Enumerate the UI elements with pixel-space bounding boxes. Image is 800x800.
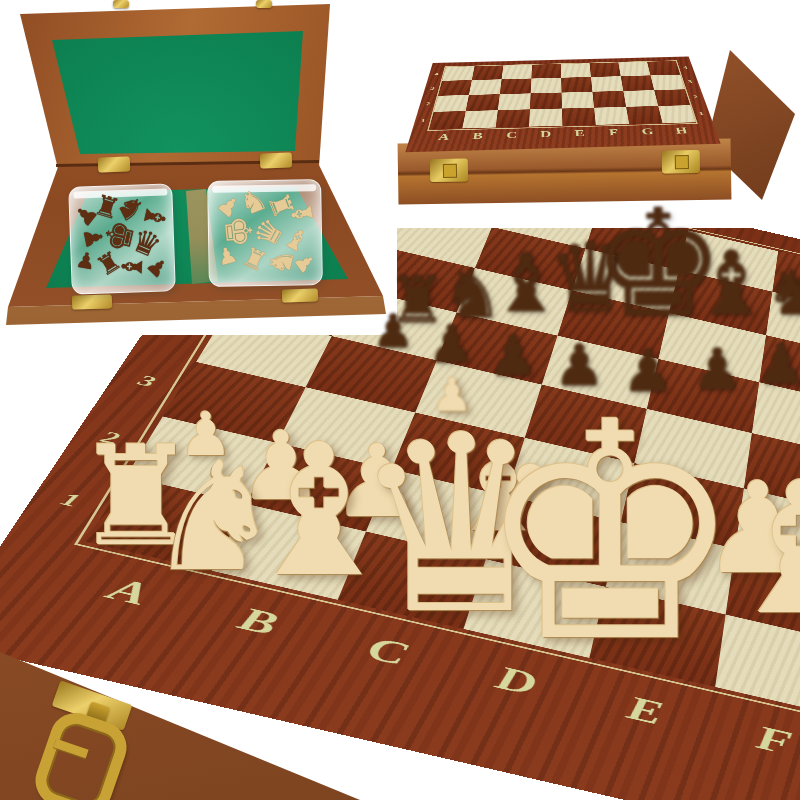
folded-board-square <box>654 89 690 106</box>
folded-board-square <box>562 108 596 126</box>
folded-board-square <box>530 93 562 110</box>
folded-board-square <box>618 62 650 76</box>
folded-file-label-d: D <box>528 126 563 149</box>
folded-board-square <box>647 61 680 75</box>
folded-board-square <box>621 75 654 91</box>
folded-file-label-f: F <box>596 124 633 147</box>
folded-board-square <box>561 63 591 78</box>
brass-latch <box>430 159 468 183</box>
file-label-f: F <box>703 680 800 800</box>
folded-board-square <box>434 95 469 112</box>
bag-light-pieces: ♟♞♜♝♚♛♝♟♜♞♟ <box>207 179 323 287</box>
folded-board-square <box>466 94 500 111</box>
folded-file-label-c: C <box>493 127 529 150</box>
folded-board-square <box>502 65 532 80</box>
folded-board-square <box>438 80 472 96</box>
folded-board-square <box>442 66 475 81</box>
product-photo-collage: ABCDEFGH12345678 44332211ABCDEFGH ♟♜♞♝♟♚… <box>0 0 800 800</box>
folded-file-label-a: A <box>423 128 462 151</box>
folded-board-square <box>498 93 531 110</box>
folded-board-top: 44332211ABCDEFGH <box>405 56 720 152</box>
folded-board-square <box>500 79 532 95</box>
folded-file-label-b: B <box>458 127 496 150</box>
folded-board-square <box>472 65 503 80</box>
folded-board-square <box>531 64 561 79</box>
folded-board-square <box>496 109 530 127</box>
folded-board-square <box>592 91 626 108</box>
folded-board-square <box>590 62 621 77</box>
folded-board-square <box>594 107 629 125</box>
folded-board-square <box>650 75 685 91</box>
folded-board-square <box>626 106 662 124</box>
folded-board-square <box>591 76 623 92</box>
folded-file-label-g: G <box>629 123 668 146</box>
brass-clasp <box>72 294 112 309</box>
folded-file-label-e: E <box>562 125 598 148</box>
bag-dark-pieces: ♟♜♞♝♟♚♛♟♜♝♟ <box>68 183 176 295</box>
brass-hinge <box>98 156 131 172</box>
folded-board-square <box>462 110 497 128</box>
folded-board-square <box>469 79 502 95</box>
folded-board-square <box>529 109 562 127</box>
lid-hinge-knuckle <box>113 0 129 8</box>
brass-hinge <box>260 152 293 168</box>
folded-board-square <box>562 92 594 109</box>
lid-hinge-knuckle <box>256 0 272 8</box>
folded-board-square <box>561 77 592 93</box>
open-box-scene: ♟♜♞♝♟♚♛♟♜♝♟ ♟♞♜♝♚♛♝♟♜♞♟ <box>0 0 400 340</box>
folded-board-square <box>623 90 658 107</box>
folded-board-square <box>429 111 466 129</box>
brass-latch <box>662 150 700 174</box>
brass-clasp <box>282 288 318 302</box>
folded-board-square <box>531 78 562 94</box>
